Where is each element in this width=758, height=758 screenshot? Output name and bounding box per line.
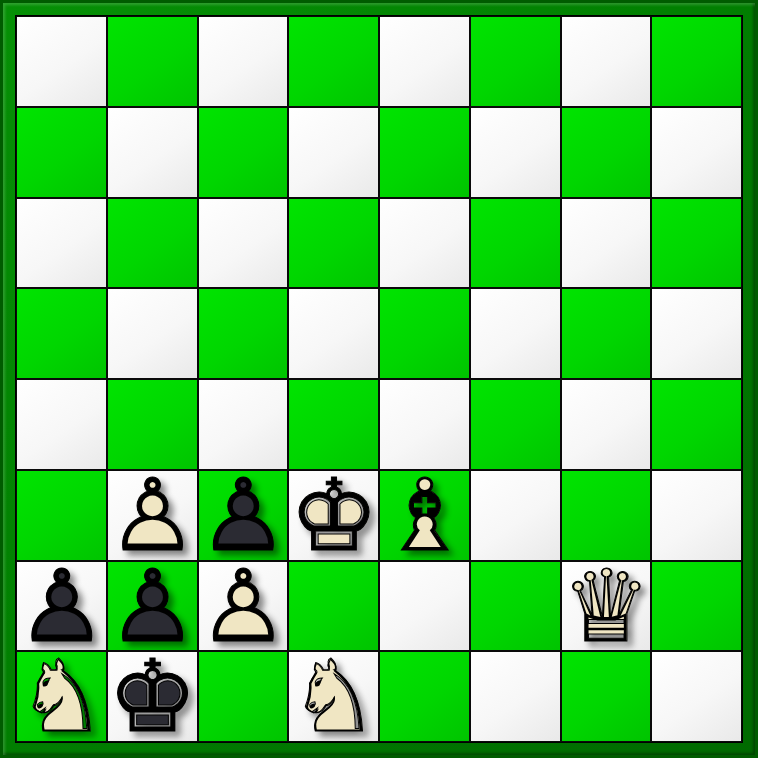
square-g8[interactable] [561,16,652,107]
white-bishop-outline-glyph: ♗ [380,471,469,560]
square-g3[interactable] [561,470,652,561]
square-h7[interactable] [651,107,742,198]
square-c2[interactable]: ♟♙ [198,561,289,652]
black-pawn[interactable]: ♟♙ [108,562,197,651]
square-e5[interactable] [379,288,470,379]
white-knight[interactable]: ♞♘ [17,652,106,741]
square-f7[interactable] [470,107,561,198]
square-c3[interactable]: ♟♙ [198,470,289,561]
square-b7[interactable] [107,107,198,198]
white-knight-outline-glyph: ♘ [289,652,378,741]
square-c1[interactable] [198,651,289,742]
black-king-outline-glyph: ♔ [108,652,197,741]
square-g4[interactable] [561,379,652,470]
white-pawn[interactable]: ♟♙ [108,471,197,560]
black-king[interactable]: ♚♔ [108,652,197,741]
square-h1[interactable] [651,651,742,742]
square-d3[interactable]: ♚♔ [288,470,379,561]
square-b8[interactable] [107,16,198,107]
square-g7[interactable] [561,107,652,198]
square-h2[interactable] [651,561,742,652]
square-g2[interactable]: ♛♕ [561,561,652,652]
square-g5[interactable] [561,288,652,379]
square-a6[interactable] [16,198,107,289]
white-queen[interactable]: ♛♕ [562,562,651,651]
square-d7[interactable] [288,107,379,198]
white-pawn[interactable]: ♟♙ [199,562,288,651]
square-h6[interactable] [651,198,742,289]
square-g6[interactable] [561,198,652,289]
square-f2[interactable] [470,561,561,652]
square-h3[interactable] [651,470,742,561]
square-a8[interactable] [16,16,107,107]
square-d1[interactable]: ♞♘ [288,651,379,742]
square-f4[interactable] [470,379,561,470]
square-d6[interactable] [288,198,379,289]
square-a3[interactable] [16,470,107,561]
square-b5[interactable] [107,288,198,379]
square-d8[interactable] [288,16,379,107]
square-e8[interactable] [379,16,470,107]
square-a5[interactable] [16,288,107,379]
square-e1[interactable] [379,651,470,742]
square-d5[interactable] [288,288,379,379]
square-c8[interactable] [198,16,289,107]
square-c5[interactable] [198,288,289,379]
white-king[interactable]: ♚♔ [289,471,378,560]
square-a7[interactable] [16,107,107,198]
square-f6[interactable] [470,198,561,289]
white-knight[interactable]: ♞♘ [289,652,378,741]
black-pawn-outline-glyph: ♙ [17,562,106,651]
square-e6[interactable] [379,198,470,289]
white-king-outline-glyph: ♔ [289,471,378,560]
square-g1[interactable] [561,651,652,742]
board-frame: ♟♙♟♙♚♔♝♗♟♙♟♙♟♙♛♕♞♘♚♔♞♘ [0,0,758,758]
chess-board: ♟♙♟♙♚♔♝♗♟♙♟♙♟♙♛♕♞♘♚♔♞♘ [15,15,743,743]
square-c6[interactable] [198,198,289,289]
square-f8[interactable] [470,16,561,107]
square-b6[interactable] [107,198,198,289]
square-h8[interactable] [651,16,742,107]
square-b3[interactable]: ♟♙ [107,470,198,561]
black-pawn-outline-glyph: ♙ [108,562,197,651]
black-pawn[interactable]: ♟♙ [17,562,106,651]
black-pawn[interactable]: ♟♙ [199,471,288,560]
square-h5[interactable] [651,288,742,379]
square-e7[interactable] [379,107,470,198]
white-pawn-outline-glyph: ♙ [108,471,197,560]
square-f3[interactable] [470,470,561,561]
square-f1[interactable] [470,651,561,742]
white-queen-outline-glyph: ♕ [562,562,651,651]
square-e3[interactable]: ♝♗ [379,470,470,561]
white-bishop[interactable]: ♝♗ [380,471,469,560]
square-a1[interactable]: ♞♘ [16,651,107,742]
square-c7[interactable] [198,107,289,198]
white-knight-outline-glyph: ♘ [17,652,106,741]
square-e2[interactable] [379,561,470,652]
square-a4[interactable] [16,379,107,470]
square-h4[interactable] [651,379,742,470]
white-pawn-outline-glyph: ♙ [199,562,288,651]
square-b1[interactable]: ♚♔ [107,651,198,742]
square-f5[interactable] [470,288,561,379]
black-pawn-outline-glyph: ♙ [199,471,288,560]
